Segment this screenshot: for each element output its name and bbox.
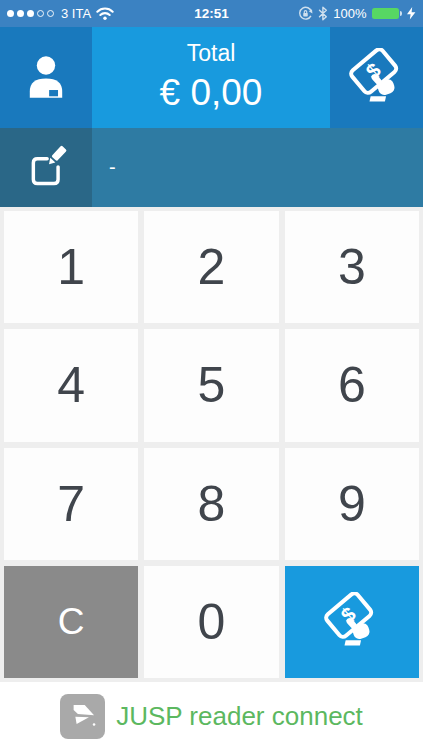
jusp-logo-icon [60,694,105,739]
person-icon [25,55,67,101]
key-9[interactable]: 9 [285,448,419,560]
total-value: € 0,00 [160,71,263,115]
keypad: 1 2 3 4 5 6 7 8 9 C 0 $ [0,207,423,682]
carrier-label: 3 ITA [61,6,91,21]
key-clear[interactable]: C [4,566,138,678]
charge-button[interactable]: $ [330,27,423,128]
battery-percent-label: 100% [333,6,366,21]
total-display: Total € 0,00 [92,27,330,128]
key-3[interactable]: 3 [285,211,419,323]
compose-note-icon [23,145,69,191]
key-5[interactable]: 5 [144,329,278,441]
charging-bolt-icon [407,7,416,20]
key-pay[interactable]: $ [285,566,419,678]
key-1[interactable]: 1 [4,211,138,323]
bluetooth-icon [318,6,328,21]
key-2[interactable]: 2 [144,211,278,323]
key-7[interactable]: 7 [4,448,138,560]
total-label: Total [187,40,236,68]
add-note-button[interactable] [0,128,92,207]
money-in-hand-icon: $ [323,592,381,652]
key-4[interactable]: 4 [4,329,138,441]
key-0[interactable]: 0 [144,566,278,678]
battery-icon [372,8,403,20]
header: Total € 0,00 $ [0,27,423,128]
wifi-icon [96,7,114,21]
rotation-lock-icon [298,6,313,21]
clock: 12:51 [194,6,229,21]
key-6[interactable]: 6 [285,329,419,441]
status-bar: 3 ITA 12:51 [0,0,423,27]
note-bar: - [0,128,423,207]
customer-button[interactable] [0,27,92,128]
key-8[interactable]: 8 [144,448,278,560]
app-screen: 3 ITA 12:51 [0,0,423,750]
note-value: - [109,128,116,207]
money-in-hand-icon: $ [348,48,406,108]
signal-dots-icon [7,10,54,17]
reader-status-label: JUSP reader connect [116,701,363,732]
reader-connect-button[interactable]: JUSP reader connect [0,682,423,750]
